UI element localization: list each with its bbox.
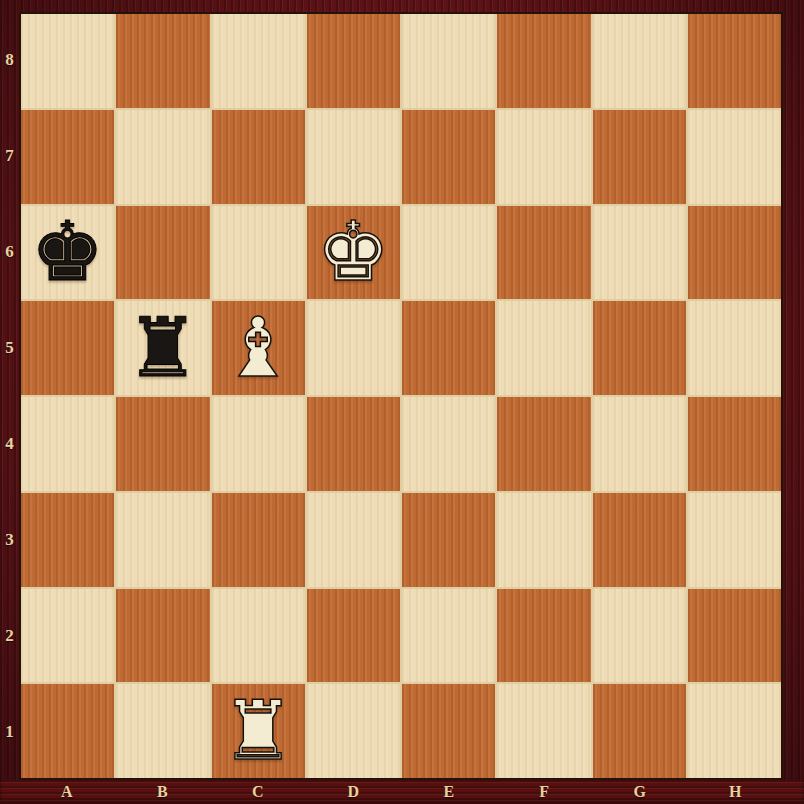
- piece-white-bishop[interactable]: ♝: [221, 307, 295, 389]
- rank-label-4: 4: [0, 396, 19, 492]
- rank-label-2: 2: [0, 588, 19, 684]
- square-b7[interactable]: [116, 110, 209, 204]
- square-c8[interactable]: [212, 14, 305, 108]
- rank-label-6: 6: [0, 204, 19, 300]
- square-e7[interactable]: [402, 110, 495, 204]
- square-h6[interactable]: [688, 206, 781, 300]
- square-c7[interactable]: [212, 110, 305, 204]
- square-b8[interactable]: [116, 14, 209, 108]
- square-b4[interactable]: [116, 397, 209, 491]
- square-g6[interactable]: [593, 206, 686, 300]
- square-f2[interactable]: [497, 589, 590, 683]
- piece-white-rook[interactable]: ♜: [221, 690, 295, 772]
- square-f1[interactable]: [497, 684, 590, 778]
- square-h2[interactable]: [688, 589, 781, 683]
- piece-white-king[interactable]: ♚: [317, 211, 391, 293]
- square-b5[interactable]: ♜: [116, 301, 209, 395]
- piece-black-rook[interactable]: ♜: [126, 307, 200, 389]
- square-a1[interactable]: [21, 684, 114, 778]
- square-e1[interactable]: [402, 684, 495, 778]
- square-e3[interactable]: [402, 493, 495, 587]
- file-label-c: C: [210, 780, 306, 804]
- square-b1[interactable]: [116, 684, 209, 778]
- square-h3[interactable]: [688, 493, 781, 587]
- square-c6[interactable]: [212, 206, 305, 300]
- file-label-d: D: [306, 780, 402, 804]
- square-e6[interactable]: [402, 206, 495, 300]
- square-d7[interactable]: [307, 110, 400, 204]
- rank-label-1: 1: [0, 684, 19, 780]
- square-d6[interactable]: ♚: [307, 206, 400, 300]
- square-d2[interactable]: [307, 589, 400, 683]
- square-a7[interactable]: [21, 110, 114, 204]
- square-f6[interactable]: [497, 206, 590, 300]
- square-a3[interactable]: [21, 493, 114, 587]
- rank-labels: 87654321: [0, 12, 19, 780]
- square-a5[interactable]: [21, 301, 114, 395]
- square-d4[interactable]: [307, 397, 400, 491]
- file-label-f: F: [497, 780, 593, 804]
- chessboard-frame: 87654321 ♚♚♜♝♜ ABCDEFGH: [0, 0, 804, 804]
- file-label-g: G: [592, 780, 688, 804]
- square-d1[interactable]: [307, 684, 400, 778]
- square-d3[interactable]: [307, 493, 400, 587]
- square-g5[interactable]: [593, 301, 686, 395]
- square-f5[interactable]: [497, 301, 590, 395]
- square-h5[interactable]: [688, 301, 781, 395]
- file-labels-band: ABCDEFGH: [0, 780, 804, 804]
- square-g4[interactable]: [593, 397, 686, 491]
- square-a8[interactable]: [21, 14, 114, 108]
- square-b6[interactable]: [116, 206, 209, 300]
- square-g3[interactable]: [593, 493, 686, 587]
- chessboard: ♚♚♜♝♜: [19, 12, 783, 780]
- file-labels: ABCDEFGH: [19, 780, 783, 804]
- square-c1[interactable]: ♜: [212, 684, 305, 778]
- file-label-e: E: [401, 780, 497, 804]
- square-f8[interactable]: [497, 14, 590, 108]
- rank-label-3: 3: [0, 492, 19, 588]
- square-f4[interactable]: [497, 397, 590, 491]
- square-c3[interactable]: [212, 493, 305, 587]
- square-e2[interactable]: [402, 589, 495, 683]
- square-d5[interactable]: [307, 301, 400, 395]
- square-c5[interactable]: ♝: [212, 301, 305, 395]
- rank-label-7: 7: [0, 108, 19, 204]
- square-h1[interactable]: [688, 684, 781, 778]
- file-label-b: B: [115, 780, 211, 804]
- square-c4[interactable]: [212, 397, 305, 491]
- square-b2[interactable]: [116, 589, 209, 683]
- square-g2[interactable]: [593, 589, 686, 683]
- square-b3[interactable]: [116, 493, 209, 587]
- square-f3[interactable]: [497, 493, 590, 587]
- rank-label-5: 5: [0, 300, 19, 396]
- square-a6[interactable]: ♚: [21, 206, 114, 300]
- square-a2[interactable]: [21, 589, 114, 683]
- file-label-h: H: [688, 780, 784, 804]
- square-g8[interactable]: [593, 14, 686, 108]
- file-label-a: A: [19, 780, 115, 804]
- square-e5[interactable]: [402, 301, 495, 395]
- square-h4[interactable]: [688, 397, 781, 491]
- square-h8[interactable]: [688, 14, 781, 108]
- rank-label-8: 8: [0, 12, 19, 108]
- square-h7[interactable]: [688, 110, 781, 204]
- square-e4[interactable]: [402, 397, 495, 491]
- square-c2[interactable]: [212, 589, 305, 683]
- piece-black-king[interactable]: ♚: [31, 211, 105, 293]
- square-g7[interactable]: [593, 110, 686, 204]
- square-e8[interactable]: [402, 14, 495, 108]
- square-g1[interactable]: [593, 684, 686, 778]
- square-f7[interactable]: [497, 110, 590, 204]
- square-d8[interactable]: [307, 14, 400, 108]
- square-a4[interactable]: [21, 397, 114, 491]
